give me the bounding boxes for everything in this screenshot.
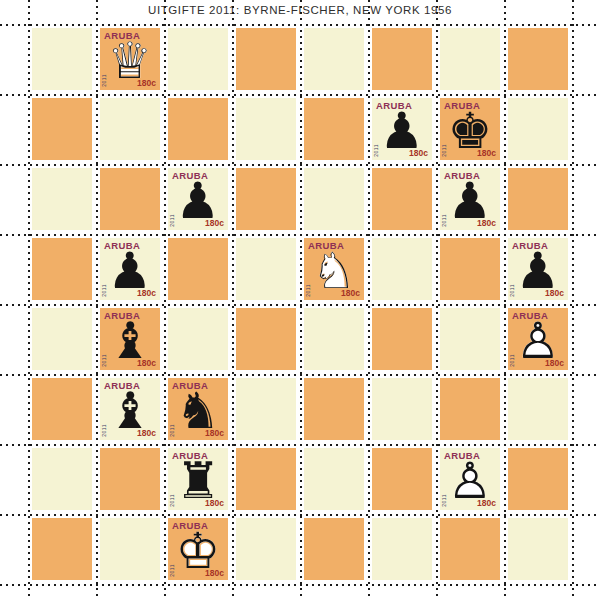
black-bishop-icon: ♝ <box>100 308 160 370</box>
stamp-light-square <box>304 448 364 510</box>
stamp-light-square <box>32 168 92 230</box>
stamp-dark-square: ARUBA2011180c♚ <box>440 98 500 160</box>
square-g3 <box>436 374 504 444</box>
stamp-light-square <box>372 378 432 440</box>
white-king-icon: ♚♔ <box>168 518 228 580</box>
white-knight-icon: ♞♘ <box>304 238 364 300</box>
perforation-line-vertical <box>164 0 166 597</box>
square-h7 <box>504 94 572 164</box>
square-b1 <box>96 514 164 584</box>
square-b7 <box>96 94 164 164</box>
stamp-light-square <box>508 518 568 580</box>
black-king-icon: ♚ <box>440 98 500 160</box>
square-d6 <box>232 164 300 234</box>
square-c3: ARUBA2011180c♞ <box>164 374 232 444</box>
perforation-line-horizontal <box>0 584 600 586</box>
black-bishop-icon: ♝ <box>100 378 160 440</box>
stamp-dark-square <box>440 518 500 580</box>
square-e6 <box>300 164 368 234</box>
stamp-dark-square <box>236 168 296 230</box>
stamp-light-square: ARUBA2011180c♟ <box>440 168 500 230</box>
stamp-dark-square <box>508 28 568 90</box>
white-pawn-icon: ♟♙ <box>508 308 568 370</box>
square-b8: ARUBA2011180c♛♕ <box>96 24 164 94</box>
stamp-light-square: ARUBA2011180c♜ <box>168 448 228 510</box>
square-a5 <box>28 234 96 304</box>
square-g6: ARUBA2011180c♟ <box>436 164 504 234</box>
stamp-dark-square <box>236 308 296 370</box>
stamp-light-square <box>508 98 568 160</box>
stamp-dark-square <box>440 378 500 440</box>
square-f2 <box>368 444 436 514</box>
square-a1 <box>28 514 96 584</box>
stamp-dark-square <box>304 518 364 580</box>
square-g5 <box>436 234 504 304</box>
square-e7 <box>300 94 368 164</box>
square-h1 <box>504 514 572 584</box>
square-f5 <box>368 234 436 304</box>
square-e3 <box>300 374 368 444</box>
stamp-light-square <box>372 238 432 300</box>
square-e2 <box>300 444 368 514</box>
stamp-light-square: ARUBA2011180c♟ <box>168 168 228 230</box>
stamp-light-square <box>304 168 364 230</box>
square-d3 <box>232 374 300 444</box>
perforation-line-vertical <box>232 0 234 597</box>
square-a7 <box>28 94 96 164</box>
stamp-light-square: ARUBA2011180c♟ <box>508 238 568 300</box>
stamp-light-square <box>100 518 160 580</box>
stamp-dark-square <box>32 238 92 300</box>
perforation-line-vertical <box>368 0 370 597</box>
stamp-light-square: ARUBA2011180c♝ <box>100 378 160 440</box>
square-f3 <box>368 374 436 444</box>
stamp-dark-square <box>32 518 92 580</box>
square-c2: ARUBA2011180c♜ <box>164 444 232 514</box>
square-d2 <box>232 444 300 514</box>
square-b5: ARUBA2011180c♟ <box>96 234 164 304</box>
white-queen-icon: ♛♕ <box>100 28 160 90</box>
stamp-dark-square <box>508 448 568 510</box>
stamp-dark-square: ARUBA2011180c♝ <box>100 308 160 370</box>
perforation-line-vertical <box>504 0 506 597</box>
stamp-light-square <box>440 28 500 90</box>
stamp-light-square <box>32 308 92 370</box>
square-a3 <box>28 374 96 444</box>
stamp-light-square <box>508 378 568 440</box>
stamp-light-square <box>372 518 432 580</box>
square-c1: ARUBA2011180c♚♔ <box>164 514 232 584</box>
square-f4 <box>368 304 436 374</box>
stamp-dark-square: ARUBA2011180c♛♕ <box>100 28 160 90</box>
square-d4 <box>232 304 300 374</box>
black-pawn-icon: ♟ <box>372 98 432 160</box>
stamp-dark-square <box>236 28 296 90</box>
square-g7: ARUBA2011180c♚ <box>436 94 504 164</box>
square-b3: ARUBA2011180c♝ <box>96 374 164 444</box>
stamp-dark-square <box>100 168 160 230</box>
stamp-dark-square <box>32 378 92 440</box>
square-e4 <box>300 304 368 374</box>
square-b2 <box>96 444 164 514</box>
perforation-line-vertical <box>572 0 574 597</box>
square-b6 <box>96 164 164 234</box>
perforation-line-horizontal <box>0 444 600 446</box>
square-h5: ARUBA2011180c♟ <box>504 234 572 304</box>
square-f6 <box>368 164 436 234</box>
square-c5 <box>164 234 232 304</box>
stamp-light-square: ARUBA2011180c♟♙ <box>440 448 500 510</box>
stamp-dark-square <box>168 98 228 160</box>
stamp-light-square <box>32 28 92 90</box>
stamp-light-square <box>168 28 228 90</box>
stamp-dark-square <box>304 98 364 160</box>
perforation-line-vertical <box>28 0 30 597</box>
square-b4: ARUBA2011180c♝ <box>96 304 164 374</box>
square-h4: ARUBA2011180c♟♙ <box>504 304 572 374</box>
stamp-dark-square <box>304 378 364 440</box>
square-c6: ARUBA2011180c♟ <box>164 164 232 234</box>
square-d1 <box>232 514 300 584</box>
stamp-dark-square <box>32 98 92 160</box>
square-h6 <box>504 164 572 234</box>
stamp-dark-square <box>508 168 568 230</box>
square-d5 <box>232 234 300 304</box>
square-d7 <box>232 94 300 164</box>
square-g8 <box>436 24 504 94</box>
stamp-dark-square <box>372 308 432 370</box>
stamp-light-square <box>100 98 160 160</box>
stamp-light-square <box>32 448 92 510</box>
black-pawn-icon: ♟ <box>168 168 228 230</box>
square-f7: ARUBA2011180c♟ <box>368 94 436 164</box>
stamp-dark-square: ARUBA2011180c♞ <box>168 378 228 440</box>
black-knight-icon: ♞ <box>168 378 228 440</box>
black-pawn-icon: ♟ <box>100 238 160 300</box>
black-pawn-icon: ♟ <box>440 168 500 230</box>
stamp-light-square: ARUBA2011180c♟ <box>100 238 160 300</box>
square-c7 <box>164 94 232 164</box>
square-g2: ARUBA2011180c♟♙ <box>436 444 504 514</box>
square-e1 <box>300 514 368 584</box>
stamp-light-square <box>236 378 296 440</box>
stamp-light-square <box>168 308 228 370</box>
square-g4 <box>436 304 504 374</box>
square-a4 <box>28 304 96 374</box>
perforation-line-horizontal <box>0 514 600 516</box>
square-f8 <box>368 24 436 94</box>
stamp-light-square <box>440 308 500 370</box>
square-h8 <box>504 24 572 94</box>
square-d8 <box>232 24 300 94</box>
stamp-dark-square <box>236 448 296 510</box>
stamp-light-square <box>304 28 364 90</box>
stamp-dark-square: ARUBA2011180c♚♔ <box>168 518 228 580</box>
square-a6 <box>28 164 96 234</box>
black-rook-icon: ♜ <box>168 448 228 510</box>
square-a2 <box>28 444 96 514</box>
stamp-dark-square <box>372 168 432 230</box>
stamp-light-square: ARUBA2011180c♟ <box>372 98 432 160</box>
stamp-sheet: UITGIFTE 2011: BYRNE-FISCHER, NEW YORK 1… <box>0 0 600 597</box>
square-e5: ARUBA2011180c♞♘ <box>300 234 368 304</box>
square-a8 <box>28 24 96 94</box>
stamp-dark-square: ARUBA2011180c♞♘ <box>304 238 364 300</box>
perforation-line-vertical <box>300 0 302 597</box>
stamp-dark-square <box>440 238 500 300</box>
perforation-line-horizontal <box>0 374 600 376</box>
stamp-dark-square <box>168 238 228 300</box>
white-pawn-icon: ♟♙ <box>440 448 500 510</box>
square-f1 <box>368 514 436 584</box>
square-h3 <box>504 374 572 444</box>
stamp-light-square <box>236 238 296 300</box>
stamp-dark-square <box>372 28 432 90</box>
square-h2 <box>504 444 572 514</box>
stamp-dark-square: ARUBA2011180c♟♙ <box>508 308 568 370</box>
perforation-line-vertical <box>96 0 98 597</box>
stamp-dark-square <box>100 448 160 510</box>
stamp-dark-square <box>372 448 432 510</box>
black-pawn-icon: ♟ <box>508 238 568 300</box>
stamp-light-square <box>236 518 296 580</box>
perforation-line-vertical <box>436 0 438 597</box>
square-c4 <box>164 304 232 374</box>
stamp-light-square <box>236 98 296 160</box>
square-e8 <box>300 24 368 94</box>
square-c8 <box>164 24 232 94</box>
square-g1 <box>436 514 504 584</box>
stamp-light-square <box>304 308 364 370</box>
